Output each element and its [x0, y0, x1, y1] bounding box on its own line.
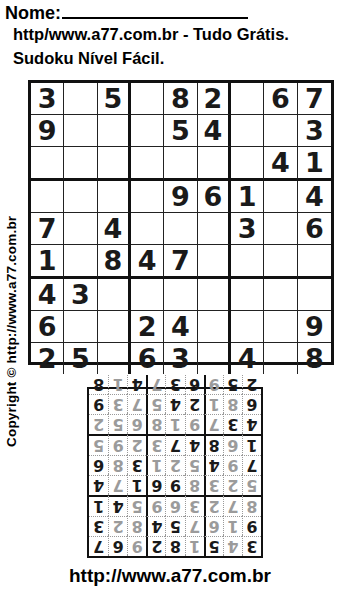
cell-r6c8: 9 [108, 434, 127, 455]
cell-r8c7: 7 [127, 394, 146, 414]
cell-r7c7: 6 [127, 414, 146, 434]
cell-r9c1: 2 [31, 343, 64, 374]
cell-r6c2: 6 [223, 434, 242, 455]
cell-r1c2: 4 [223, 536, 242, 556]
cell-r2c1: 9 [31, 115, 64, 147]
cell-r7c9: 2 [89, 414, 108, 434]
cell-r7c5 [164, 279, 197, 311]
site-heading: http/www.a77.com.br - Tudo Grátis. [13, 25, 289, 44]
cell-r8c2: 8 [223, 394, 242, 414]
cell-r7c4: 9 [185, 414, 204, 434]
cell-r5c1: 7 [31, 213, 64, 245]
cell-r3c3: 2 [204, 495, 223, 516]
cell-r9c6 [198, 343, 231, 374]
cell-r8c4: 2 [131, 311, 164, 343]
cell-r8c7 [231, 311, 264, 343]
cell-r5c1: 7 [242, 455, 261, 475]
footer-url: http://www.a77.com.br [0, 565, 340, 587]
cell-r4c5: 9 [165, 475, 184, 495]
cell-r7c1: 4 [242, 414, 261, 434]
cell-r5c7: 3 [127, 455, 146, 475]
cell-r2c1: 9 [242, 516, 261, 536]
cell-r7c7 [231, 279, 264, 311]
cell-r7c8: 5 [108, 414, 127, 434]
cell-r8c2 [64, 311, 97, 343]
name-label: Nome: [5, 3, 61, 23]
cell-r7c6: 8 [146, 414, 165, 434]
cell-r6c3: 8 [204, 434, 223, 455]
cell-r4c1 [31, 181, 64, 213]
cell-r8c9: 9 [89, 394, 108, 414]
cell-r9c8: 1 [108, 375, 127, 394]
cell-r4c4 [131, 181, 164, 213]
cell-r3c4 [131, 147, 164, 181]
cell-r4c6: 6 [198, 181, 231, 213]
cell-r5c6 [198, 213, 231, 245]
cell-r4c2: 2 [223, 475, 242, 495]
cell-r1c8: 6 [264, 83, 297, 115]
sudoku-puzzle-grid: 358267954341961474361847436249256348 [28, 80, 334, 365]
cell-r1c4 [131, 83, 164, 115]
cell-r3c1: 8 [242, 495, 261, 516]
cell-r5c2 [64, 213, 97, 245]
cell-r2c8: 2 [108, 516, 127, 536]
cell-r1c2 [64, 83, 97, 115]
cell-r5c3: 4 [204, 455, 223, 475]
cell-r7c4 [131, 279, 164, 311]
cell-r5c8: 8 [108, 455, 127, 475]
cell-r6c9 [298, 245, 331, 279]
sudoku-solution-grid-rotated: 3451829679167548238723695415238961747945… [87, 387, 263, 558]
cell-r6c7: 2 [127, 434, 146, 455]
cell-r2c9: 3 [298, 115, 331, 147]
cell-r5c2: 9 [223, 455, 242, 475]
cell-r3c9: 1 [298, 147, 331, 181]
cell-r4c6: 6 [146, 475, 165, 495]
cell-r2c4: 7 [185, 516, 204, 536]
cell-r9c5: 3 [164, 343, 197, 374]
cell-r8c6 [198, 311, 231, 343]
cell-r6c6: 3 [146, 434, 165, 455]
cell-r9c9: 8 [298, 343, 331, 374]
cell-r3c6 [198, 147, 231, 181]
cell-r9c2: 5 [64, 343, 97, 374]
cell-r2c9: 3 [89, 516, 108, 536]
cell-r6c6 [198, 245, 231, 279]
cell-r1c3: 5 [204, 536, 223, 556]
cell-r2c8 [264, 115, 297, 147]
cell-r4c7: 1 [231, 181, 264, 213]
cell-r9c7: 4 [127, 375, 146, 394]
cell-r7c3 [98, 279, 131, 311]
cell-r6c1: 1 [242, 434, 261, 455]
cell-r1c6: 2 [146, 536, 165, 556]
cell-r2c5: 5 [165, 516, 184, 536]
cell-r9c4: 6 [131, 343, 164, 374]
cell-r9c3: 9 [204, 375, 223, 394]
cell-r4c9: 4 [298, 181, 331, 213]
cell-r5c4 [131, 213, 164, 245]
cell-r4c1: 5 [242, 475, 261, 495]
cell-r9c6: 7 [146, 375, 165, 394]
cell-r1c9: 7 [89, 536, 108, 556]
cell-r6c2 [64, 245, 97, 279]
cell-r1c1: 3 [242, 536, 261, 556]
cell-r6c8 [264, 245, 297, 279]
cell-r4c8 [264, 181, 297, 213]
name-row: Nome: [5, 2, 248, 24]
cell-r1c5: 8 [165, 536, 184, 556]
cell-r3c8: 4 [108, 495, 127, 516]
cell-r8c8: 3 [108, 394, 127, 414]
cell-r8c5: 4 [164, 311, 197, 343]
cell-r5c5 [164, 213, 197, 245]
cell-r6c1: 1 [31, 245, 64, 279]
cell-r2c3 [98, 115, 131, 147]
cell-r3c7: 5 [127, 495, 146, 516]
cell-r4c5: 9 [164, 181, 197, 213]
cell-r3c2: 7 [223, 495, 242, 516]
cell-r2c7 [231, 115, 264, 147]
cell-r9c7: 4 [231, 343, 264, 374]
name-underline [62, 2, 248, 19]
cell-r7c3: 7 [204, 414, 223, 434]
cell-r9c5: 3 [165, 375, 184, 394]
cell-r8c1: 6 [242, 394, 261, 414]
cell-r8c3: 1 [204, 394, 223, 414]
cell-r2c2: 1 [223, 516, 242, 536]
cell-r1c1: 3 [31, 83, 64, 115]
puzzle-title: Sudoku Nível Fácil. [13, 49, 164, 68]
cell-r4c2 [64, 181, 97, 213]
cell-r2c4 [131, 115, 164, 147]
cell-r1c3: 5 [98, 83, 131, 115]
cell-r3c2 [64, 147, 97, 181]
cell-r4c7: 1 [127, 475, 146, 495]
cell-r7c1: 4 [31, 279, 64, 311]
cell-r1c7 [231, 83, 264, 115]
cell-r9c3 [98, 343, 131, 374]
cell-r6c4: 4 [131, 245, 164, 279]
cell-r3c4: 3 [185, 495, 204, 516]
cell-r2c6: 4 [198, 115, 231, 147]
cell-r9c1: 2 [242, 375, 261, 394]
cell-r4c3: 3 [204, 475, 223, 495]
cell-r6c9: 5 [89, 434, 108, 455]
cell-r8c4: 2 [185, 394, 204, 414]
cell-r6c3: 8 [98, 245, 131, 279]
cell-r4c8: 7 [108, 475, 127, 495]
cell-r2c3: 6 [204, 516, 223, 536]
cell-r4c4: 8 [185, 475, 204, 495]
cell-r5c7: 3 [231, 213, 264, 245]
cell-r6c7 [231, 245, 264, 279]
cell-r1c5: 8 [164, 83, 197, 115]
cell-r8c3 [98, 311, 131, 343]
cell-r3c1 [31, 147, 64, 181]
cell-r5c6: 1 [146, 455, 165, 475]
cell-r5c9: 6 [298, 213, 331, 245]
cell-r3c5: 6 [165, 495, 184, 516]
cell-r1c7: 9 [127, 536, 146, 556]
cell-r3c6: 9 [146, 495, 165, 516]
cell-r1c6: 2 [198, 83, 231, 115]
cell-r8c1: 6 [31, 311, 64, 343]
cell-r1c4: 1 [185, 536, 204, 556]
cell-r9c8 [264, 343, 297, 374]
cell-r3c7 [231, 147, 264, 181]
cell-r8c8 [264, 311, 297, 343]
cell-r8c5: 4 [165, 394, 184, 414]
cell-r2c2 [64, 115, 97, 147]
cell-r5c9: 6 [89, 455, 108, 475]
cell-r7c9 [298, 279, 331, 311]
cell-r5c4: 5 [185, 455, 204, 475]
cell-r3c8: 4 [264, 147, 297, 181]
cell-r2c7: 8 [127, 516, 146, 536]
cell-r9c9: 8 [89, 375, 108, 394]
cell-r3c3 [98, 147, 131, 181]
cell-r1c9: 7 [298, 83, 331, 115]
cell-r7c2: 3 [64, 279, 97, 311]
cell-r9c4: 6 [185, 375, 204, 394]
cell-r5c8 [264, 213, 297, 245]
cell-r5c5: 2 [165, 455, 184, 475]
cell-r8c6: 5 [146, 394, 165, 414]
cell-r7c5: 1 [165, 414, 184, 434]
cell-r1c8: 6 [108, 536, 127, 556]
cell-r6c4: 4 [185, 434, 204, 455]
cell-r4c3 [98, 181, 131, 213]
cell-r4c9: 4 [89, 475, 108, 495]
copyright-vertical-text: Copyright © http://www.a77.com.br [4, 85, 19, 447]
cell-r5c3: 4 [98, 213, 131, 245]
cell-r3c5 [164, 147, 197, 181]
cell-r7c2: 3 [223, 414, 242, 434]
cell-r2c6: 4 [146, 516, 165, 536]
cell-r7c6 [198, 279, 231, 311]
cell-r6c5: 7 [165, 434, 184, 455]
cell-r8c9: 9 [298, 311, 331, 343]
cell-r7c8 [264, 279, 297, 311]
cell-r9c2: 5 [223, 375, 242, 394]
cell-r6c5: 7 [164, 245, 197, 279]
cell-r2c5: 5 [164, 115, 197, 147]
cell-r3c9: 1 [89, 495, 108, 516]
